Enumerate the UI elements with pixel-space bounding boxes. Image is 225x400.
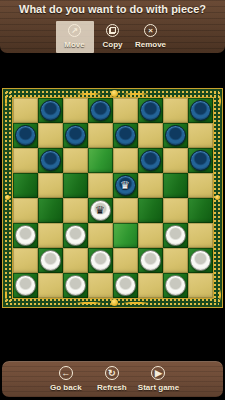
cell-r4c4 [88, 173, 113, 198]
white-piece[interactable] [190, 250, 211, 271]
white-piece[interactable] [15, 225, 36, 246]
blue-piece[interactable] [165, 125, 186, 146]
cell-r7c2[interactable] [38, 248, 63, 273]
cell-r2c8 [188, 123, 213, 148]
remove-icon: × [144, 24, 157, 37]
play-icon: ▶ [151, 366, 165, 380]
cell-r7c1 [13, 248, 38, 273]
cell-r8c7[interactable] [163, 273, 188, 298]
cell-r1c3 [63, 98, 88, 123]
cell-r1c7 [163, 98, 188, 123]
cell-r4c1[interactable] [13, 173, 38, 198]
cell-r6c8 [188, 223, 213, 248]
cell-r6c2 [38, 223, 63, 248]
cell-r6c7[interactable] [163, 223, 188, 248]
cell-r5c7 [163, 198, 188, 223]
frame-ornament-right [215, 195, 220, 200]
blue-piece[interactable] [40, 150, 61, 171]
cell-r1c5 [113, 98, 138, 123]
cell-r3c6[interactable] [138, 148, 163, 173]
checkers-board: ♛♛ [2, 88, 223, 308]
white-king[interactable]: ♛ [90, 200, 111, 221]
cell-r5c4[interactable]: ♛ [88, 198, 113, 223]
cell-r4c5[interactable]: ♛ [113, 173, 138, 198]
cell-r2c1[interactable] [13, 123, 38, 148]
cell-r2c3[interactable] [63, 123, 88, 148]
copy-button[interactable]: Copy [94, 21, 132, 53]
frame-ornament-top [111, 90, 118, 97]
cell-r8c1[interactable] [13, 273, 38, 298]
white-piece[interactable] [115, 275, 136, 296]
blue-piece[interactable] [140, 150, 161, 171]
white-piece[interactable] [15, 275, 36, 296]
go-back-button[interactable]: ← Go back [46, 361, 86, 392]
blue-piece[interactable] [65, 125, 86, 146]
cell-r2c4 [88, 123, 113, 148]
cell-r5c3 [63, 198, 88, 223]
cell-r2c5[interactable] [113, 123, 138, 148]
start-game-button[interactable]: ▶ Start game [138, 361, 179, 392]
cell-r4c6 [138, 173, 163, 198]
blue-piece[interactable] [190, 100, 211, 121]
cell-r7c6[interactable] [138, 248, 163, 273]
blue-piece[interactable] [90, 100, 111, 121]
piece-action-row: ↗ Move Copy × Remove [0, 21, 225, 53]
blue-piece[interactable] [190, 150, 211, 171]
cell-r5c2[interactable] [38, 198, 63, 223]
cell-r5c1 [13, 198, 38, 223]
cell-r8c5[interactable] [113, 273, 138, 298]
white-piece[interactable] [165, 225, 186, 246]
go-back-label: Go back [50, 383, 82, 392]
cell-r8c4 [88, 273, 113, 298]
cell-r1c6[interactable] [138, 98, 163, 123]
cell-r3c4[interactable] [88, 148, 113, 173]
cell-r2c6 [138, 123, 163, 148]
back-arrow-icon: ← [59, 366, 73, 380]
prompt-title: What do you want to do with piece? [0, 0, 225, 15]
king-crown-icon: ♛ [116, 176, 135, 195]
cell-r4c7[interactable] [163, 173, 188, 198]
cell-r7c4[interactable] [88, 248, 113, 273]
refresh-label: Refresh [97, 383, 127, 392]
cell-r3c1 [13, 148, 38, 173]
cell-r2c2 [38, 123, 63, 148]
cell-r1c1 [13, 98, 38, 123]
blue-piece[interactable] [15, 125, 36, 146]
cell-r7c3 [63, 248, 88, 273]
cell-r6c4 [88, 223, 113, 248]
cell-r3c5 [113, 148, 138, 173]
cell-r5c6[interactable] [138, 198, 163, 223]
copy-icon [106, 24, 119, 37]
cell-r6c6 [138, 223, 163, 248]
white-piece[interactable] [140, 250, 161, 271]
move-button[interactable]: ↗ Move [56, 21, 94, 53]
cell-r2c7[interactable] [163, 123, 188, 148]
cell-r7c8[interactable] [188, 248, 213, 273]
bottom-nav-bar: ← Go back ↻ Refresh ▶ Start game [2, 361, 223, 397]
cell-r4c8 [188, 173, 213, 198]
move-icon: ↗ [68, 24, 81, 37]
blue-piece[interactable] [40, 100, 61, 121]
board-grid: ♛♛ [13, 98, 213, 298]
white-piece[interactable] [65, 225, 86, 246]
cell-r5c8[interactable] [188, 198, 213, 223]
blue-piece[interactable] [115, 125, 136, 146]
cell-r5c5 [113, 198, 138, 223]
white-piece[interactable] [40, 250, 61, 271]
cell-r3c2[interactable] [38, 148, 63, 173]
cell-r3c3 [63, 148, 88, 173]
blue-piece[interactable] [140, 100, 161, 121]
cell-r1c4[interactable] [88, 98, 113, 123]
frame-ornament-bottom [111, 299, 118, 306]
cell-r1c2[interactable] [38, 98, 63, 123]
cell-r8c8 [188, 273, 213, 298]
cell-r3c7 [163, 148, 188, 173]
prompt-panel: What do you want to do with piece? ↗ Mov… [0, 0, 225, 53]
move-label: Move [64, 40, 84, 49]
remove-label: Remove [135, 40, 166, 49]
cell-r8c6 [138, 273, 163, 298]
start-game-label: Start game [138, 383, 179, 392]
frame-ornament-left [5, 195, 10, 200]
cell-r1c8[interactable] [188, 98, 213, 123]
cell-r8c2 [38, 273, 63, 298]
cell-r3c8[interactable] [188, 148, 213, 173]
white-piece[interactable] [165, 275, 186, 296]
white-piece[interactable] [65, 275, 86, 296]
cell-r8c3[interactable] [63, 273, 88, 298]
king-crown-icon: ♛ [91, 201, 110, 220]
cell-r6c5[interactable] [113, 223, 138, 248]
cell-r4c2 [38, 173, 63, 198]
cell-r7c7 [163, 248, 188, 273]
refresh-button[interactable]: ↻ Refresh [92, 361, 132, 392]
refresh-icon: ↻ [105, 366, 119, 380]
blue-king[interactable]: ♛ [115, 175, 136, 196]
cell-r6c3[interactable] [63, 223, 88, 248]
cell-r4c3[interactable] [63, 173, 88, 198]
remove-button[interactable]: × Remove [132, 21, 170, 53]
white-piece[interactable] [90, 250, 111, 271]
cell-r7c5 [113, 248, 138, 273]
copy-label: Copy [103, 40, 123, 49]
cell-r6c1[interactable] [13, 223, 38, 248]
